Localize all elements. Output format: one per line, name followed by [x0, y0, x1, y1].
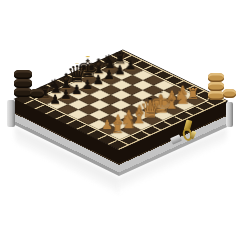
- chess-set-photo: ♜♟♟♜♞♟♟♞♝♟♟♝♚♟♟♚♛♟♟♛♝♟♟♝♞♟♟♞♜♟♟♜: [0, 0, 238, 238]
- white-checker: [208, 73, 224, 82]
- white-checker-disc: [223, 89, 236, 98]
- piece-black-pawn: ♟: [42, 92, 68, 105]
- white-checker: [223, 89, 236, 98]
- board-square: ♜: [109, 130, 130, 140]
- board-scene: ♜♟♟♜♞♟♟♞♝♟♟♝♚♟♟♚♛♟♟♛♝♟♟♝♞♟♟♞♜♟♟♜: [46, 25, 196, 175]
- white-checkers-stack: [208, 73, 224, 100]
- metal-leg-right: [226, 102, 233, 127]
- metal-leg-left: [7, 100, 15, 127]
- black-checker-disc: [30, 89, 44, 98]
- piece-white-rook: ♜: [105, 121, 131, 136]
- white-checker: [208, 82, 224, 91]
- white-checker: [208, 91, 224, 100]
- black-checker: [30, 89, 44, 98]
- black-checker: [14, 70, 32, 79]
- black-checker: [14, 79, 32, 88]
- brass-latch: [180, 119, 200, 147]
